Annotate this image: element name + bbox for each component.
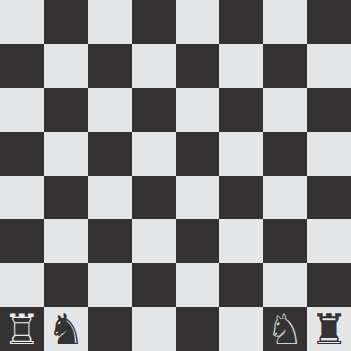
square-h2[interactable]: [307, 263, 351, 307]
square-f6[interactable]: [219, 88, 263, 132]
square-a7[interactable]: [0, 44, 44, 88]
square-c5[interactable]: [88, 132, 132, 176]
square-a8[interactable]: [0, 0, 44, 44]
square-d2[interactable]: [132, 263, 176, 307]
square-e8[interactable]: [176, 0, 220, 44]
square-a5[interactable]: [0, 132, 44, 176]
square-e6[interactable]: [176, 88, 220, 132]
square-c4[interactable]: [88, 176, 132, 220]
white-rook-a1[interactable]: ♖: [3, 309, 41, 351]
square-h5[interactable]: [307, 132, 351, 176]
square-a4[interactable]: [0, 176, 44, 220]
square-h8[interactable]: [307, 0, 351, 44]
square-g6[interactable]: [263, 88, 307, 132]
square-e5[interactable]: [176, 132, 220, 176]
black-rook-h1[interactable]: ♜: [310, 309, 348, 351]
square-d1[interactable]: [132, 307, 176, 351]
square-g3[interactable]: [263, 219, 307, 263]
square-c1[interactable]: [88, 307, 132, 351]
square-h7[interactable]: [307, 44, 351, 88]
square-h4[interactable]: [307, 176, 351, 220]
square-b8[interactable]: [44, 0, 88, 44]
square-c8[interactable]: [88, 0, 132, 44]
square-f4[interactable]: [219, 176, 263, 220]
square-b2[interactable]: [44, 263, 88, 307]
square-e3[interactable]: [176, 219, 220, 263]
square-e2[interactable]: [176, 263, 220, 307]
square-f3[interactable]: [219, 219, 263, 263]
square-d5[interactable]: [132, 132, 176, 176]
square-d8[interactable]: [132, 0, 176, 44]
square-g2[interactable]: [263, 263, 307, 307]
square-g4[interactable]: [263, 176, 307, 220]
square-c2[interactable]: [88, 263, 132, 307]
square-f8[interactable]: [219, 0, 263, 44]
square-b4[interactable]: [44, 176, 88, 220]
square-a3[interactable]: [0, 219, 44, 263]
square-g7[interactable]: [263, 44, 307, 88]
square-g8[interactable]: [263, 0, 307, 44]
square-f5[interactable]: [219, 132, 263, 176]
square-c6[interactable]: [88, 88, 132, 132]
square-e4[interactable]: [176, 176, 220, 220]
square-b6[interactable]: [44, 88, 88, 132]
square-h1[interactable]: ♜: [307, 307, 351, 351]
square-f2[interactable]: [219, 263, 263, 307]
square-b5[interactable]: [44, 132, 88, 176]
square-a1[interactable]: ♖: [0, 307, 44, 351]
square-b3[interactable]: [44, 219, 88, 263]
square-c7[interactable]: [88, 44, 132, 88]
square-a6[interactable]: [0, 88, 44, 132]
white-knight-g1[interactable]: ♘: [266, 309, 304, 351]
chess-board: ♖♞♘♜: [0, 0, 351, 351]
square-f1[interactable]: [219, 307, 263, 351]
square-a2[interactable]: [0, 263, 44, 307]
black-knight-b1[interactable]: ♞: [47, 309, 85, 351]
square-h3[interactable]: [307, 219, 351, 263]
square-f7[interactable]: [219, 44, 263, 88]
square-g1[interactable]: ♘: [263, 307, 307, 351]
square-e1[interactable]: [176, 307, 220, 351]
square-h6[interactable]: [307, 88, 351, 132]
square-d3[interactable]: [132, 219, 176, 263]
square-b7[interactable]: [44, 44, 88, 88]
square-c3[interactable]: [88, 219, 132, 263]
square-d4[interactable]: [132, 176, 176, 220]
square-d6[interactable]: [132, 88, 176, 132]
square-d7[interactable]: [132, 44, 176, 88]
square-g5[interactable]: [263, 132, 307, 176]
square-b1[interactable]: ♞: [44, 307, 88, 351]
square-e7[interactable]: [176, 44, 220, 88]
